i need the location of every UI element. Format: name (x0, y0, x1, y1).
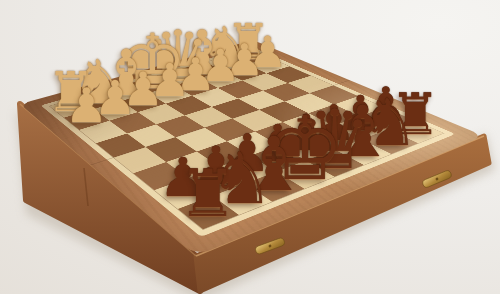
photo-stage: ♜♞♝♛♚♝♞♜♟♟♟♟♟♟♟♟♟♟♟♟♟♟♟♟♜♞♝♛♚♝♞♜ (0, 0, 500, 294)
